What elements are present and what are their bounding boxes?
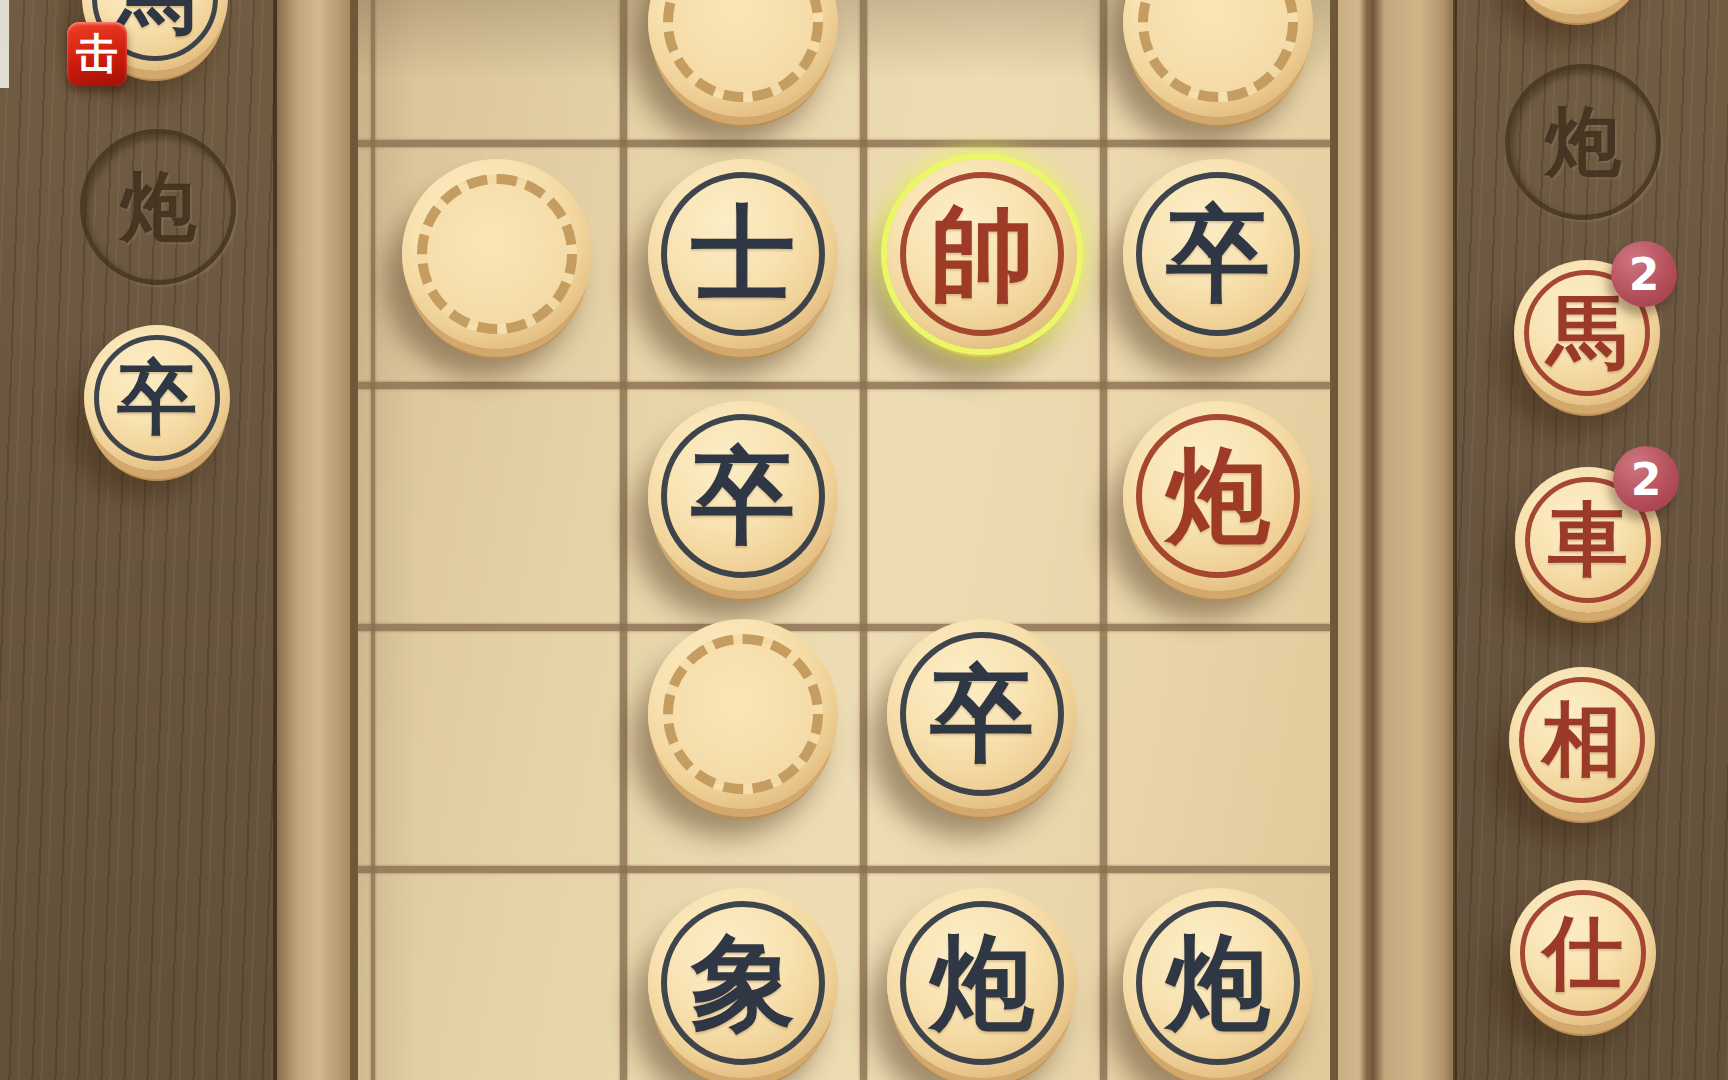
hidden-piece[interactable] — [648, 619, 838, 809]
piece-ring — [661, 172, 825, 336]
board-vertical-line — [1100, 0, 1107, 1080]
left-panel-seam — [273, 0, 277, 1080]
engraved-slot-炮: 炮 — [1505, 64, 1661, 220]
piece-ring — [900, 172, 1064, 336]
engraved-glyph: 炮 — [120, 169, 196, 245]
piece-ring — [1520, 890, 1646, 1016]
piece-卒[interactable]: 卒 — [887, 619, 1077, 809]
hidden-piece[interactable] — [402, 159, 592, 349]
board-horizontal-line — [358, 140, 1330, 147]
piece-帥[interactable]: 帥 — [887, 159, 1077, 349]
piece-卒[interactable]: 卒 — [648, 401, 838, 591]
board-left-molding — [277, 0, 350, 1080]
engraved-slot-炮: 炮 — [80, 129, 236, 285]
piece-ring — [1136, 901, 1300, 1065]
piece-ring — [661, 414, 825, 578]
piece-ring — [900, 632, 1064, 796]
piece-ring — [94, 335, 220, 461]
board-vertical-line — [620, 0, 627, 1080]
right-panel-seam — [1453, 0, 1457, 1080]
piece-卒[interactable]: 卒 — [84, 325, 230, 471]
piece-象[interactable]: 象 — [648, 888, 838, 1078]
chariot-count-badge: 2 — [1613, 446, 1679, 512]
meander-ring — [663, 634, 823, 794]
piece-士[interactable]: 士 — [648, 159, 838, 349]
piece-炮[interactable]: 炮 — [1123, 888, 1313, 1078]
piece-ring — [1519, 677, 1645, 803]
left-edge-strip — [0, 0, 9, 88]
board-horizontal-line — [358, 382, 1330, 389]
board-vertical-line — [860, 0, 867, 1080]
meander-ring — [417, 174, 577, 334]
board-horizontal-line — [358, 624, 1330, 631]
piece-卒[interactable]: 卒 — [1123, 159, 1313, 349]
piece-炮[interactable]: 炮 — [1123, 401, 1313, 591]
board-horizontal-line — [358, 866, 1330, 873]
engraved-glyph: 炮 — [1545, 104, 1621, 180]
piece-ring — [900, 901, 1064, 1065]
piece-炮[interactable]: 炮 — [887, 888, 1077, 1078]
piece-仕[interactable]: 仕 — [1510, 880, 1656, 1026]
board-right-molding — [1338, 0, 1455, 1080]
horse-count-badge: 2 — [1611, 241, 1677, 307]
strike-badge: 击 — [67, 22, 127, 86]
piece-ring — [1136, 172, 1300, 336]
board-left-border-line — [350, 0, 358, 1080]
piece-ring — [1136, 414, 1300, 578]
board-left-inner-line — [371, 0, 375, 1080]
piece-相[interactable]: 相 — [1509, 667, 1655, 813]
piece-ring — [661, 901, 825, 1065]
board-right-border-line — [1330, 0, 1338, 1080]
meander-ring — [663, 0, 823, 102]
meander-ring — [1138, 0, 1298, 102]
